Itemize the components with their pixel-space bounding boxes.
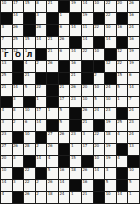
white-cell-r8c2[interactable]: 14 xyxy=(13,85,24,96)
white-cell-r5c11[interactable]: 12 xyxy=(117,49,128,60)
white-cell-r16c10[interactable]: 5 xyxy=(105,180,116,191)
code-number: 10 xyxy=(94,1,99,6)
code-number: 10 xyxy=(2,168,7,173)
black-cell-r10c7 xyxy=(70,108,81,119)
white-cell-r6c5[interactable]: 26 xyxy=(47,61,58,72)
black-cell-r16c9 xyxy=(94,180,105,191)
white-cell-r16c8[interactable]: 16 xyxy=(82,180,93,191)
white-cell-r4c5[interactable]: 21 xyxy=(47,37,58,48)
black-cell-r4c7 xyxy=(70,37,81,48)
code-number: 19 xyxy=(129,61,134,66)
code-number: 17 xyxy=(36,108,41,113)
code-number: 26 xyxy=(83,108,88,113)
white-cell-r10c12[interactable]: 24 xyxy=(128,108,139,119)
code-number: 26 xyxy=(48,144,53,149)
white-cell-r7c9[interactable]: 2 xyxy=(94,73,105,84)
code-number: 4 xyxy=(48,156,50,161)
white-cell-r13c3[interactable]: 28 xyxy=(24,144,35,155)
white-cell-r14c2[interactable]: 3 xyxy=(13,156,24,167)
white-cell-r11c1[interactable]: 3 xyxy=(1,120,12,131)
code-number: 6 xyxy=(129,73,131,78)
black-cell-r17c9 xyxy=(94,192,105,203)
starter-letter: О xyxy=(13,52,24,60)
black-cell-r13c11 xyxy=(117,144,128,155)
white-cell-r11c3[interactable]: 6 xyxy=(24,120,35,131)
white-cell-r10c9[interactable]: 24 xyxy=(94,108,105,119)
code-number: 26 xyxy=(59,37,64,42)
code-number: 14 xyxy=(106,37,111,42)
white-cell-r4c10[interactable]: 14 xyxy=(105,37,116,48)
code-number: 17 xyxy=(13,1,18,6)
code-number: 20 xyxy=(2,156,7,161)
black-cell-r7c5 xyxy=(47,73,58,84)
code-number: 19 xyxy=(106,144,111,149)
white-cell-r16c1[interactable]: 14 xyxy=(1,180,12,191)
black-cell-r15c11 xyxy=(117,168,128,179)
white-cell-r8c11[interactable]: 5 xyxy=(117,85,128,96)
white-cell-r6c10[interactable]: 12 xyxy=(105,61,116,72)
white-cell-r5c6[interactable]: 6 xyxy=(59,49,70,60)
code-number: 22 xyxy=(25,180,30,185)
white-cell-r2c4[interactable]: 3 xyxy=(36,13,47,24)
white-cell-r4c6[interactable]: 26 xyxy=(59,37,70,48)
white-cell-r10c6[interactable]: 5 xyxy=(59,108,70,119)
white-cell-r1c11[interactable]: 20 xyxy=(117,1,128,12)
white-cell-r6c4[interactable]: 2 xyxy=(36,61,47,72)
white-cell-r7c7[interactable]: 21 xyxy=(70,73,81,84)
code-number: 4 xyxy=(2,192,4,197)
code-number: 19 xyxy=(71,1,76,6)
code-number: 14 xyxy=(2,180,7,185)
code-number: 14 xyxy=(13,13,18,18)
white-cell-r5c12[interactable]: 19 xyxy=(128,49,139,60)
code-number: 10 xyxy=(94,85,99,90)
white-cell-r9c7[interactable]: 23 xyxy=(70,97,81,108)
black-cell-r11c5 xyxy=(47,120,58,131)
white-cell-r10c3[interactable]: 10 xyxy=(24,108,35,119)
white-cell-r12c10[interactable]: 18 xyxy=(105,132,116,143)
white-cell-r12c11[interactable]: 4 xyxy=(117,132,128,143)
black-cell-r13c6 xyxy=(59,144,70,155)
white-cell-r11c8[interactable]: 21 xyxy=(82,120,93,131)
white-cell-r9c10[interactable]: 10 xyxy=(105,97,116,108)
code-number: 3 xyxy=(13,180,15,185)
code-number: 14 xyxy=(83,1,88,6)
white-cell-r12c12[interactable]: 24 xyxy=(128,132,139,143)
white-cell-r6c11[interactable]: 22 xyxy=(117,61,128,72)
white-cell-r3c8[interactable]: 11 xyxy=(82,25,93,36)
white-cell-r14c10[interactable]: 19 xyxy=(105,156,116,167)
code-number: 13 xyxy=(129,144,134,149)
white-cell-r3c1[interactable]: 3 xyxy=(1,25,12,36)
white-cell-r8c8[interactable]: 20 xyxy=(82,85,93,96)
code-number: 5 xyxy=(94,97,96,102)
code-number: 16 xyxy=(59,168,64,173)
code-number: 22 xyxy=(25,168,30,173)
white-cell-r5c2[interactable]: 12О xyxy=(13,49,24,60)
white-cell-r15c5[interactable]: 5 xyxy=(47,168,58,179)
black-cell-r4c11 xyxy=(117,37,128,48)
code-number: 20 xyxy=(117,1,122,6)
white-cell-r1c12[interactable]: 26 xyxy=(128,1,139,12)
white-cell-r9c8[interactable]: 10 xyxy=(82,97,93,108)
code-number: 2 xyxy=(13,120,15,125)
code-number: 15 xyxy=(117,73,122,78)
white-cell-r13c2[interactable]: 26 xyxy=(13,144,24,155)
white-cell-r17c6[interactable]: 24 xyxy=(59,192,70,203)
code-number: 10 xyxy=(83,97,88,102)
white-cell-r8c10[interactable]: 24 xyxy=(105,85,116,96)
code-number: 19 xyxy=(129,49,134,54)
code-number: 23 xyxy=(71,132,76,137)
white-cell-r6c1[interactable]: 13 xyxy=(1,61,12,72)
code-number: 14 xyxy=(36,156,41,161)
code-number: 26 xyxy=(71,85,76,90)
code-number: 21 xyxy=(2,85,7,90)
white-cell-r13c12[interactable]: 13 xyxy=(128,144,139,155)
black-cell-r2c7 xyxy=(70,13,81,24)
code-number: 1 xyxy=(59,13,61,18)
white-cell-r5c3[interactable]: 1Л xyxy=(24,49,35,60)
white-cell-r14c11[interactable]: 4 xyxy=(117,156,128,167)
white-cell-r5c8[interactable]: 22 xyxy=(82,49,93,60)
white-cell-r13c7[interactable]: 1 xyxy=(70,144,81,155)
white-cell-r8c9[interactable]: 10 xyxy=(94,85,105,96)
white-cell-r2c6[interactable]: 1 xyxy=(59,13,70,24)
black-cell-r2c11 xyxy=(117,13,128,24)
white-cell-r12c8[interactable]: 3 xyxy=(82,132,93,143)
white-cell-r12c1[interactable]: 23 xyxy=(1,132,12,143)
code-number: 28 xyxy=(36,25,41,30)
white-cell-r15c1[interactable]: 10 xyxy=(1,168,12,179)
code-number: 15 xyxy=(25,1,30,6)
white-cell-r5c5[interactable]: 21 xyxy=(47,49,58,60)
white-cell-r10c2[interactable]: 8 xyxy=(13,108,24,119)
code-number: 24 xyxy=(94,108,99,113)
code-number: 3 xyxy=(36,13,38,18)
code-number: 16 xyxy=(71,61,76,66)
white-cell-r1c10[interactable]: 22 xyxy=(105,1,116,12)
code-number: 1 xyxy=(71,144,73,149)
white-cell-r4c2[interactable]: 25 xyxy=(13,37,24,48)
white-cell-r9c12[interactable]: 7 xyxy=(128,97,139,108)
white-cell-r5c1[interactable]: 17Г xyxy=(1,49,12,60)
code-number: 27 xyxy=(2,144,7,149)
code-number: 2 xyxy=(36,144,38,149)
black-cell-r12c4 xyxy=(36,132,47,143)
code-number: 14 xyxy=(129,85,134,90)
white-cell-r17c7[interactable]: 1 xyxy=(70,192,81,203)
white-cell-r6c12[interactable]: 19 xyxy=(128,61,139,72)
black-cell-r10c11 xyxy=(117,108,128,119)
code-number: 23 xyxy=(129,120,134,125)
code-number: 14 xyxy=(59,180,64,185)
code-number: 19 xyxy=(106,120,111,125)
white-cell-r1c9[interactable]: 10 xyxy=(94,1,105,12)
code-number: 22 xyxy=(106,13,111,18)
black-cell-r7c4 xyxy=(36,73,47,84)
code-number: 17 xyxy=(83,144,88,149)
white-cell-r11c12[interactable]: 23 xyxy=(128,120,139,131)
code-number: 3 xyxy=(106,168,108,173)
code-number: 22 xyxy=(94,132,99,137)
black-cell-r8c5 xyxy=(47,85,58,96)
code-number: 3 xyxy=(13,97,15,102)
code-number: 22 xyxy=(94,25,99,30)
white-cell-r3c2[interactable]: 26 xyxy=(13,25,24,36)
white-cell-r16c12[interactable]: 5 xyxy=(128,180,139,191)
white-cell-r14c7[interactable]: 15 xyxy=(70,156,81,167)
code-number: 20 xyxy=(94,144,99,149)
white-cell-r14c4[interactable]: 14 xyxy=(36,156,47,167)
code-number: 16 xyxy=(83,180,88,185)
black-cell-r6c9 xyxy=(94,61,105,72)
white-cell-r15c7[interactable]: 18 xyxy=(70,168,81,179)
code-number: 10 xyxy=(94,156,99,161)
white-cell-r12c3[interactable]: 10 xyxy=(24,132,35,143)
code-number: 21 xyxy=(48,1,53,6)
white-cell-r14c5[interactable]: 4 xyxy=(47,156,58,167)
code-number: 10 xyxy=(2,1,7,6)
white-cell-r13c9[interactable]: 20 xyxy=(94,144,105,155)
white-cell-r15c8[interactable]: 26 xyxy=(82,168,93,179)
white-cell-r9c6[interactable]: 17 xyxy=(59,97,70,108)
code-number: 6 xyxy=(25,120,27,125)
code-number: 8 xyxy=(13,108,15,113)
black-cell-r16c11 xyxy=(117,180,128,191)
white-cell-r17c11[interactable]: 14 xyxy=(117,192,128,203)
white-cell-r7c1[interactable]: 25 xyxy=(1,73,12,84)
code-number: 28 xyxy=(25,144,30,149)
white-cell-r12c6[interactable]: 26 xyxy=(59,132,70,143)
white-cell-r2c10[interactable]: 22 xyxy=(105,13,116,24)
white-cell-r17c8[interactable]: 21 xyxy=(82,192,93,203)
white-cell-r3c10[interactable]: 10 xyxy=(105,25,116,36)
white-cell-r9c11[interactable]: 1 xyxy=(117,97,128,108)
code-number: 5 xyxy=(106,180,108,185)
white-cell-r12c5[interactable]: 27 xyxy=(47,132,58,143)
white-cell-r10c5[interactable]: 1 xyxy=(47,108,58,119)
black-cell-r12c2 xyxy=(13,132,24,143)
white-cell-r7c11[interactable]: 15 xyxy=(117,73,128,84)
white-cell-r13c4[interactable]: 2 xyxy=(36,144,47,155)
code-number: 10 xyxy=(106,97,111,102)
white-cell-r1c2[interactable]: 17 xyxy=(13,1,24,12)
white-cell-r4c4[interactable]: 14 xyxy=(36,37,47,48)
white-cell-r2c2[interactable]: 14 xyxy=(13,13,24,24)
white-cell-r16c5[interactable]: 26 xyxy=(47,180,58,191)
black-cell-r9c1 xyxy=(1,97,12,108)
starter-letter: Г xyxy=(1,52,12,60)
code-number: 2 xyxy=(94,73,96,78)
white-cell-r17c1[interactable]: 4 xyxy=(1,192,12,203)
white-cell-r1c3[interactable]: 15 xyxy=(24,1,35,12)
white-cell-r7c12[interactable]: 6 xyxy=(128,73,139,84)
code-number: 21 xyxy=(83,120,88,125)
black-cell-r1c6 xyxy=(59,1,70,12)
code-number: 26 xyxy=(13,144,18,149)
code-number: 1 xyxy=(48,108,50,113)
code-number: 21 xyxy=(25,73,30,78)
white-cell-r1c1[interactable]: 10 xyxy=(1,1,12,12)
white-cell-r15c12[interactable]: 10 xyxy=(128,168,139,179)
code-number: 3 xyxy=(13,156,15,161)
white-cell-r17c3[interactable]: 26 xyxy=(24,192,35,203)
black-cell-r4c9 xyxy=(94,37,105,48)
code-number: 4 xyxy=(2,108,4,113)
code-number: 21 xyxy=(71,73,76,78)
white-cell-r2c8[interactable]: 19 xyxy=(82,13,93,24)
white-cell-r11c4[interactable]: 14 xyxy=(36,120,47,131)
white-cell-r6c3[interactable]: 4 xyxy=(24,61,35,72)
white-cell-r14c1[interactable]: 20 xyxy=(1,156,12,167)
white-cell-r17c12[interactable]: 1 xyxy=(128,192,139,203)
code-number: 7 xyxy=(2,37,4,42)
code-number: 10 xyxy=(25,108,30,113)
white-cell-r3c7[interactable]: 14 xyxy=(70,25,81,36)
white-cell-r4c3[interactable]: 15 xyxy=(24,37,35,48)
white-cell-r4c8[interactable]: 14 xyxy=(82,37,93,48)
white-cell-r3c9[interactable]: 22 xyxy=(94,25,105,36)
codeword-board: 1017158211914102220261431192216326286141… xyxy=(0,0,140,204)
white-cell-r8c6[interactable]: 21 xyxy=(59,85,70,96)
white-cell-r8c1[interactable]: 21 xyxy=(1,85,12,96)
white-cell-r15c9[interactable]: 14 xyxy=(94,168,105,179)
black-cell-r6c6 xyxy=(59,61,70,72)
black-cell-r15c2 xyxy=(13,168,24,179)
white-cell-r16c2[interactable]: 3 xyxy=(13,180,24,191)
code-number: 8 xyxy=(36,1,38,6)
white-cell-r6c7[interactable]: 16 xyxy=(70,61,81,72)
white-cell-r7c3[interactable]: 21 xyxy=(24,73,35,84)
code-number: 19 xyxy=(106,156,111,161)
white-cell-r4c1[interactable]: 7 xyxy=(1,37,12,48)
code-number: 15 xyxy=(25,37,30,42)
white-cell-r9c9[interactable]: 5 xyxy=(94,97,105,108)
black-cell-r2c3 xyxy=(24,13,35,24)
code-number: 14 xyxy=(94,168,99,173)
code-number: 24 xyxy=(129,25,134,30)
black-cell-r7c2 xyxy=(13,73,24,84)
code-number: 2 xyxy=(36,192,38,197)
white-cell-r13c10[interactable]: 19 xyxy=(105,144,116,155)
code-number: 1 xyxy=(71,192,73,197)
white-cell-r1c5[interactable]: 21 xyxy=(47,1,58,12)
code-number: 14 xyxy=(83,37,88,42)
white-cell-r17c5[interactable]: 18 xyxy=(47,192,58,203)
code-number: 4 xyxy=(117,156,119,161)
white-cell-r15c3[interactable]: 22 xyxy=(24,168,35,179)
white-cell-r5c7[interactable]: 14 xyxy=(70,49,81,60)
code-number: 6 xyxy=(59,49,61,54)
white-cell-r12c9[interactable]: 22 xyxy=(94,132,105,143)
white-cell-r8c12[interactable]: 14 xyxy=(128,85,139,96)
white-cell-r11c11[interactable]: 25 xyxy=(117,120,128,131)
white-cell-r2c12[interactable]: 16 xyxy=(128,13,139,24)
code-number: 25 xyxy=(117,120,122,125)
white-cell-r15c6[interactable]: 16 xyxy=(59,168,70,179)
code-number: 21 xyxy=(83,192,88,197)
white-cell-r13c1[interactable]: 27 xyxy=(1,144,12,155)
black-cell-r2c5 xyxy=(47,13,58,24)
code-number: 21 xyxy=(48,37,53,42)
code-number: 25 xyxy=(2,73,7,78)
white-cell-r3c6[interactable]: 6 xyxy=(59,25,70,36)
code-number: 11 xyxy=(83,25,88,30)
white-cell-r10c8[interactable]: 26 xyxy=(82,108,93,119)
code-number: 23 xyxy=(71,97,76,102)
code-number: 26 xyxy=(13,25,18,30)
black-cell-r7c8 xyxy=(82,73,93,84)
code-number: 18 xyxy=(106,132,111,137)
white-cell-r16c6[interactable]: 14 xyxy=(59,180,70,191)
code-number: 16 xyxy=(129,37,134,42)
white-cell-r11c6[interactable]: 5 xyxy=(59,120,70,131)
white-cell-r1c7[interactable]: 19 xyxy=(70,1,81,12)
code-number: 10 xyxy=(25,132,30,137)
code-number: 25 xyxy=(13,37,18,42)
white-cell-r4c12[interactable]: 16 xyxy=(128,37,139,48)
black-cell-r11c7 xyxy=(70,120,81,131)
white-cell-r17c4[interactable]: 2 xyxy=(36,192,47,203)
code-number: 5 xyxy=(59,108,61,113)
white-cell-r14c9[interactable]: 10 xyxy=(94,156,105,167)
code-number: 23 xyxy=(106,108,111,113)
white-cell-r8c4[interactable]: 22 xyxy=(36,85,47,96)
white-cell-r8c3[interactable]: 5 xyxy=(24,85,35,96)
code-number: 26 xyxy=(83,168,88,173)
code-number: 4 xyxy=(117,132,119,137)
white-cell-r10c10[interactable]: 23 xyxy=(105,108,116,119)
white-cell-r8c7[interactable]: 26 xyxy=(70,85,81,96)
code-number: 13 xyxy=(2,61,7,66)
white-cell-r16c4[interactable]: 2 xyxy=(36,180,47,191)
white-cell-r1c4[interactable]: 8 xyxy=(36,1,47,12)
code-number: 6 xyxy=(59,25,61,30)
code-number: 5 xyxy=(48,168,50,173)
white-cell-r13c5[interactable]: 26 xyxy=(47,144,58,155)
code-number: 1 xyxy=(117,97,119,102)
code-number: 24 xyxy=(129,132,134,137)
white-cell-r11c10[interactable]: 19 xyxy=(105,120,116,131)
white-cell-r10c1[interactable]: 4 xyxy=(1,108,12,119)
code-number: 23 xyxy=(2,132,7,137)
code-number: 26 xyxy=(25,192,30,197)
white-cell-r17c10[interactable]: 10 xyxy=(105,192,116,203)
code-number: 22 xyxy=(117,61,122,66)
code-number: 26 xyxy=(48,61,53,66)
white-cell-r1c8[interactable]: 14 xyxy=(82,1,93,12)
white-cell-r12c7[interactable]: 23 xyxy=(70,132,81,143)
white-cell-r15c10[interactable]: 3 xyxy=(105,168,116,179)
code-number: 19 xyxy=(83,13,88,18)
black-cell-r14c6 xyxy=(59,156,70,167)
white-cell-r10c4[interactable]: 17 xyxy=(36,108,47,119)
white-cell-r11c2[interactable]: 2 xyxy=(13,120,24,131)
white-cell-r3c4[interactable]: 28 xyxy=(36,25,47,36)
white-cell-r5c9[interactable]: 10 xyxy=(94,49,105,60)
code-number: 14 xyxy=(36,120,41,125)
white-cell-r3c11[interactable]: 16 xyxy=(117,25,128,36)
code-number: 16 xyxy=(117,25,122,30)
white-cell-r9c4[interactable]: 1 xyxy=(36,97,47,108)
white-cell-r16c3[interactable]: 22 xyxy=(24,180,35,191)
white-cell-r3c12[interactable]: 24 xyxy=(128,25,139,36)
white-cell-r9c2[interactable]: 3 xyxy=(13,97,24,108)
black-cell-r17c2 xyxy=(13,192,24,203)
code-number: 1 xyxy=(36,97,38,102)
white-cell-r13c8[interactable]: 17 xyxy=(82,144,93,155)
